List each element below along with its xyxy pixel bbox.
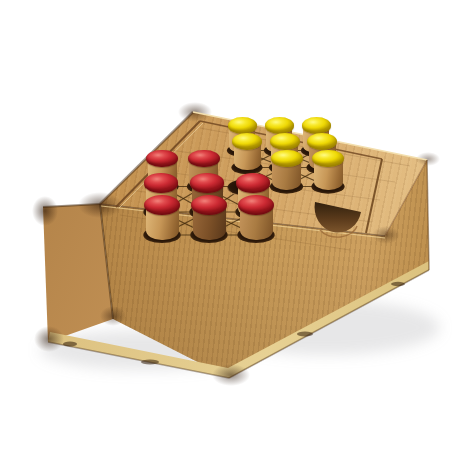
peg-cap-yellow xyxy=(232,133,262,150)
peg-cap-red xyxy=(144,195,180,215)
peg-cap-yellow xyxy=(307,133,337,150)
peg-r2c3-yellow[interactable] xyxy=(232,133,262,178)
peg-cap-yellow xyxy=(302,117,331,133)
peg-cap-red xyxy=(188,150,220,168)
peg-r3c5-yellow[interactable] xyxy=(312,150,344,199)
lid-thumb-notch[interactable] xyxy=(315,202,361,237)
peg-cap-yellow xyxy=(271,150,303,168)
peg-cap-red xyxy=(191,195,227,215)
bottom-rim-burn-specks xyxy=(63,282,405,365)
peg-r5c2-red[interactable] xyxy=(191,195,227,250)
peg-cap-red xyxy=(144,173,178,192)
peg-cap-red xyxy=(238,195,274,215)
peg-cap-yellow xyxy=(228,117,257,133)
peg-r5c1-red[interactable] xyxy=(144,195,180,250)
product-photo-wooden-peg-game-box xyxy=(0,0,458,458)
peg-r5c3-red[interactable] xyxy=(238,195,274,250)
peg-cap-yellow xyxy=(265,117,294,133)
peg-cap-red xyxy=(236,173,270,192)
board-overlay xyxy=(0,0,458,458)
peg-r3c4-yellow[interactable] xyxy=(271,150,303,199)
peg-cap-yellow xyxy=(270,133,300,150)
peg-cap-red xyxy=(190,173,224,192)
